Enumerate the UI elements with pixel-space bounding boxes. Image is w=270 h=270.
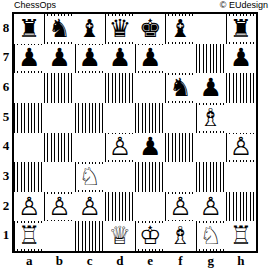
square-f8[interactable]: ♝ [165, 14, 195, 44]
square-e3[interactable] [135, 162, 165, 192]
square-a7[interactable]: ♟ [14, 44, 44, 74]
square-f5[interactable] [165, 103, 195, 133]
square-d4[interactable]: ♙ [105, 133, 135, 163]
square-a2[interactable]: ♙ [14, 192, 44, 222]
square-c7[interactable]: ♟ [75, 44, 105, 74]
rank-label-8: 8 [0, 20, 12, 36]
square-f4[interactable] [165, 133, 195, 163]
square-b3[interactable] [44, 162, 74, 192]
file-label-d: d [105, 253, 135, 269]
square-a1[interactable]: ♖ [14, 221, 44, 251]
square-f6[interactable]: ♞ [165, 73, 195, 103]
square-c2[interactable]: ♙ [75, 192, 105, 222]
square-c8[interactable]: ♝ [75, 14, 105, 44]
piece-white-pawn[interactable]: ♙ [46, 194, 72, 220]
piece-white-pawn[interactable]: ♙ [167, 194, 193, 220]
square-b7[interactable]: ♟ [44, 44, 74, 74]
file-label-h: h [226, 253, 256, 269]
square-g5[interactable]: ♗ [196, 103, 226, 133]
square-c1[interactable] [75, 221, 105, 251]
piece-black-bishop[interactable]: ♝ [167, 16, 193, 42]
piece-white-pawn[interactable]: ♙ [228, 134, 254, 160]
square-h4[interactable]: ♙ [226, 133, 256, 163]
piece-white-queen[interactable]: ♕ [107, 223, 133, 249]
square-d7[interactable]: ♟ [105, 44, 135, 74]
file-label-g: g [196, 253, 226, 269]
square-c5[interactable] [75, 103, 105, 133]
square-b6[interactable] [44, 73, 74, 103]
square-e2[interactable] [135, 192, 165, 222]
square-e4[interactable]: ♟ [135, 133, 165, 163]
square-h3[interactable] [226, 162, 256, 192]
file-label-a: a [14, 253, 44, 269]
square-e6[interactable] [135, 73, 165, 103]
square-d1[interactable]: ♕ [105, 221, 135, 251]
piece-black-pawn[interactable]: ♟ [198, 75, 224, 101]
square-d3[interactable] [105, 162, 135, 192]
square-b1[interactable] [44, 221, 74, 251]
square-e5[interactable] [135, 103, 165, 133]
square-g8[interactable] [196, 14, 226, 44]
square-h6[interactable] [226, 73, 256, 103]
piece-black-rook[interactable]: ♜ [228, 16, 254, 42]
piece-black-pawn[interactable]: ♟ [16, 45, 42, 71]
piece-black-pawn[interactable]: ♟ [107, 45, 133, 71]
square-g7[interactable] [196, 44, 226, 74]
square-c3[interactable]: ♘ [75, 162, 105, 192]
square-g4[interactable] [196, 133, 226, 163]
square-a3[interactable] [14, 162, 44, 192]
square-g3[interactable] [196, 162, 226, 192]
square-h2[interactable] [226, 192, 256, 222]
rank-label-1: 1 [0, 227, 12, 243]
piece-black-knight[interactable]: ♞ [46, 16, 72, 42]
square-f7[interactable] [165, 44, 195, 74]
square-e7[interactable]: ♟ [135, 44, 165, 74]
piece-black-pawn[interactable]: ♟ [137, 45, 163, 71]
piece-white-bishop[interactable]: ♗ [198, 105, 224, 131]
piece-white-pawn[interactable]: ♙ [107, 134, 133, 160]
square-g6[interactable]: ♟ [196, 73, 226, 103]
piece-black-pawn[interactable]: ♟ [77, 45, 103, 71]
rank-label-5: 5 [0, 109, 12, 125]
rank-label-2: 2 [0, 198, 12, 214]
piece-white-pawn[interactable]: ♙ [77, 194, 103, 220]
square-h8[interactable]: ♜ [226, 14, 256, 44]
square-h5[interactable] [226, 103, 256, 133]
square-d6[interactable] [105, 73, 135, 103]
square-f3[interactable] [165, 162, 195, 192]
title-bar: ChessOps © EUdesign [0, 0, 270, 12]
piece-black-pawn[interactable]: ♟ [137, 134, 163, 160]
file-label-f: f [165, 253, 195, 269]
piece-white-pawn[interactable]: ♙ [16, 194, 42, 220]
piece-white-knight[interactable]: ♘ [198, 223, 224, 249]
rank-label-7: 7 [0, 49, 12, 65]
piece-black-queen[interactable]: ♛ [107, 16, 133, 42]
rank-label-6: 6 [0, 79, 12, 95]
square-g1[interactable]: ♘ [196, 221, 226, 251]
app-title: ChessOps [14, 0, 56, 11]
square-f2[interactable]: ♙ [165, 192, 195, 222]
square-a6[interactable] [14, 73, 44, 103]
piece-black-pawn[interactable]: ♟ [228, 45, 254, 71]
square-a8[interactable]: ♜ [14, 14, 44, 44]
file-labels: abcdefgh [12, 253, 258, 269]
chess-board-frame: ♜♞♝♛♚♝♜♟♟♟♟♟♟♞♟♗♙♟♙♘♙♙♙♙♙♖♕♔♗♘♖ [12, 12, 258, 253]
piece-black-pawn[interactable]: ♟ [46, 45, 72, 71]
square-b4[interactable] [44, 133, 74, 163]
file-label-b: b [44, 253, 74, 269]
square-f1[interactable]: ♗ [165, 221, 195, 251]
credit-text: © EUdesign [220, 0, 268, 11]
piece-black-rook[interactable]: ♜ [16, 16, 42, 42]
square-d5[interactable] [105, 103, 135, 133]
piece-white-knight[interactable]: ♘ [77, 164, 103, 190]
square-e8[interactable]: ♚ [135, 14, 165, 44]
piece-white-rook[interactable]: ♖ [228, 223, 254, 249]
square-d2[interactable] [105, 192, 135, 222]
square-b2[interactable]: ♙ [44, 192, 74, 222]
rank-label-3: 3 [0, 168, 12, 184]
piece-white-pawn[interactable]: ♙ [198, 194, 224, 220]
square-c4[interactable] [75, 133, 105, 163]
file-label-e: e [135, 253, 165, 269]
square-e1[interactable]: ♔ [135, 221, 165, 251]
piece-white-bishop[interactable]: ♗ [167, 223, 193, 249]
square-b5[interactable] [44, 103, 74, 133]
piece-white-king[interactable]: ♔ [137, 223, 163, 249]
piece-black-knight[interactable]: ♞ [167, 75, 193, 101]
square-a4[interactable] [14, 133, 44, 163]
square-h1[interactable]: ♖ [226, 221, 256, 251]
square-g2[interactable]: ♙ [196, 192, 226, 222]
piece-white-rook[interactable]: ♖ [16, 223, 42, 249]
chess-board: ♜♞♝♛♚♝♜♟♟♟♟♟♟♞♟♗♙♟♙♘♙♙♙♙♙♖♕♔♗♘♖ [14, 14, 256, 251]
square-d8[interactable]: ♛ [105, 14, 135, 44]
rank-labels: 87654321 [0, 12, 12, 253]
piece-black-bishop[interactable]: ♝ [77, 16, 103, 42]
square-b8[interactable]: ♞ [44, 14, 74, 44]
square-a5[interactable] [14, 103, 44, 133]
piece-black-king[interactable]: ♚ [137, 16, 163, 42]
file-label-c: c [75, 253, 105, 269]
square-c6[interactable] [75, 73, 105, 103]
rank-label-4: 4 [0, 138, 12, 154]
square-h7[interactable]: ♟ [226, 44, 256, 74]
